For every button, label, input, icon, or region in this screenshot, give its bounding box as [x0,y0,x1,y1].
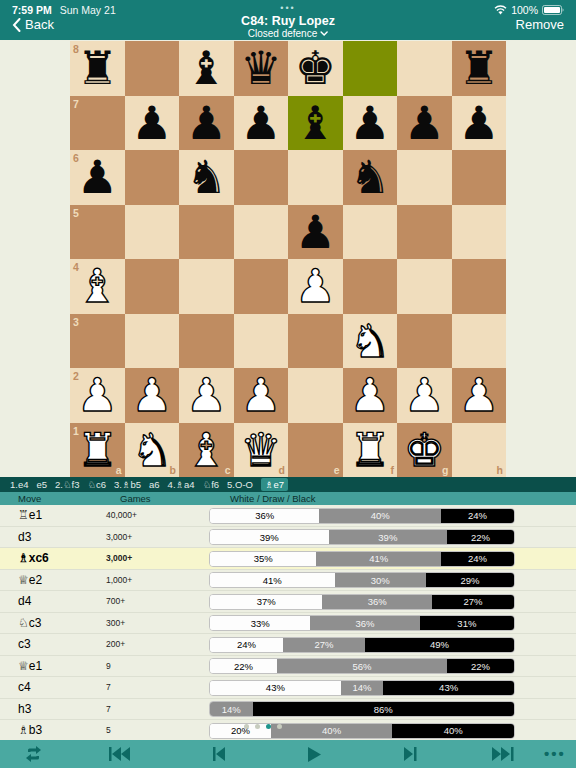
page-dot-3 [277,724,282,729]
black-wins-segment: 24% [441,552,514,566]
black-wins-segment: 27% [432,595,514,609]
square-h2[interactable]: ♟ [452,368,507,423]
white-wins-segment: 33% [210,616,310,630]
black-wins-segment: 29% [426,573,514,587]
square-h3[interactable] [452,314,507,369]
square-e6[interactable] [288,150,343,205]
square-d4[interactable] [234,259,289,314]
square-a5[interactable]: 5 [70,205,125,260]
move-token-1[interactable]: e5 [37,479,48,490]
games-count: 300+ [106,613,125,634]
board-area: ♜8♝♛♚♜7♟♟♟♝♟♟♟♟6♞♞5♟♝4♟3♞♟2♟♟♟♟♟♟♜1a♞b♝c… [0,40,576,477]
rank-label-8: 8 [73,43,79,55]
square-b7[interactable]: ♟ [125,96,180,151]
file-label-a: a [116,464,122,476]
table-row-♘c3[interactable]: ♘c3300+33%36%31% [0,613,576,635]
remove-button[interactable]: Remove [516,17,564,32]
square-c5[interactable] [179,205,234,260]
table-row-♕e1[interactable]: ♕e1922%56%22% [0,656,576,678]
column-header-results: White / Draw / Black [230,493,316,504]
clock-time: 7:59 PM [12,4,52,16]
battery-percent: 100% [511,4,538,16]
square-b1[interactable]: ♞b [125,423,180,478]
draw-segment: 14% [210,702,253,716]
games-count: 9 [106,656,111,677]
white-wins-segment: 35% [210,552,316,566]
square-g3[interactable] [397,314,452,369]
play-button[interactable] [301,740,327,768]
square-h7[interactable]: ♟ [452,96,507,151]
square-g6[interactable] [397,150,452,205]
white-piece-p: ♟ [343,368,398,423]
candidate-move: h3 [18,699,31,720]
black-wins-segment: 22% [447,530,514,544]
black-wins-segment: 43% [383,681,514,695]
move-token-0[interactable]: 1.e4 [10,479,29,490]
draw-segment: 56% [277,659,447,673]
games-count: 1,000+ [106,570,132,591]
move-token-5[interactable]: a6 [149,479,160,490]
black-piece-b: ♝ [179,41,234,96]
result-bar: 36%40%24% [209,508,515,524]
black-piece-p: ♟ [343,96,398,151]
candidate-move: ♖e1 [18,505,42,526]
result-bar: 33%36%31% [209,615,515,631]
rank-label-5: 5 [73,207,79,219]
square-h1[interactable]: h [452,423,507,478]
page-indicator[interactable] [244,724,282,729]
square-f8[interactable] [343,41,398,96]
candidate-move: ♕e2 [18,570,42,591]
table-row-♗b3[interactable]: ♗b3520%40%40% [0,720,576,742]
rank-label-1: 1 [73,425,79,437]
white-wins-segment: 22% [210,659,277,673]
black-piece-q: ♛ [234,41,289,96]
square-c8[interactable]: ♝ [179,41,234,96]
rank-label-6: 6 [73,152,79,164]
skip-to-start-button[interactable] [107,740,133,768]
table-row-♕e2[interactable]: ♕e21,000+41%30%29% [0,570,576,592]
table-row-c3[interactable]: c3200+24%27%49% [0,634,576,656]
square-d2[interactable]: ♟ [234,368,289,423]
square-c4[interactable] [179,259,234,314]
opening-variation-selector[interactable]: Closed defence [241,28,335,39]
file-label-d: d [279,464,285,476]
draw-segment: 30% [335,573,426,587]
square-c2[interactable]: ♟ [179,368,234,423]
black-piece-p: ♟ [234,96,289,151]
square-d7[interactable]: ♟ [234,96,289,151]
black-wins-segment: 86% [253,702,514,716]
move-token-9[interactable]: ♗e7 [261,478,288,491]
white-piece-p: ♟ [452,368,507,423]
rank-label-2: 2 [73,370,79,382]
draw-segment: 41% [316,552,441,566]
white-wins-segment: 24% [210,638,283,652]
page-dot-0 [244,724,249,729]
square-c1[interactable]: ♝c [179,423,234,478]
games-count: 200+ [106,634,125,655]
result-bar: 43%14%43% [209,680,515,696]
square-f7[interactable]: ♟ [343,96,398,151]
square-h8[interactable]: ♜ [452,41,507,96]
square-g1[interactable]: ♚g [397,423,452,478]
square-d3[interactable] [234,314,289,369]
square-d5[interactable] [234,205,289,260]
candidate-move: ♘c3 [18,613,41,634]
table-row-d4[interactable]: d4700+37%36%27% [0,591,576,613]
square-g8[interactable] [397,41,452,96]
move-token-6[interactable]: 4.♗a4 [168,479,195,490]
wifi-icon [494,5,507,15]
square-g5[interactable] [397,205,452,260]
games-count: 5 [106,720,111,741]
navigation-bar: Back C84: Ruy Lopez Closed defence Remov… [0,17,576,40]
move-token-4[interactable]: 3.♗b5 [114,479,141,490]
black-wins-segment: 31% [420,616,514,630]
square-a1[interactable]: ♜1a [70,423,125,478]
square-c7[interactable]: ♟ [179,96,234,151]
result-bar: 24%27%49% [209,637,515,653]
draw-segment: 39% [329,530,448,544]
result-bar: 35%41%24% [209,551,515,567]
move-token-3[interactable]: ♘c6 [87,479,106,490]
skip-to-end-button[interactable] [490,740,516,768]
candidate-move: ♗xc6 [18,548,49,569]
black-wins-segment: 40% [392,724,514,738]
candidate-move: c3 [18,634,31,655]
multitask-dots: ••• [280,3,295,13]
result-bar: 22%56%22% [209,658,515,674]
square-a8[interactable]: ♜8 [70,41,125,96]
square-e7[interactable]: ♝ [288,96,343,151]
square-e2[interactable] [288,368,343,423]
candidate-move: ♕e1 [18,656,42,677]
chess-explorer-app: 7:59 PM Sun May 21 ••• 100% [0,0,576,768]
square-f3[interactable]: ♞ [343,314,398,369]
black-piece-n: ♞ [179,150,234,205]
move-token-7[interactable]: ♘f6 [203,479,219,490]
move-token-2[interactable]: 2.♘f3 [55,479,79,490]
file-label-g: g [442,464,448,476]
black-piece-p: ♟ [125,96,180,151]
rank-label-7: 7 [73,98,79,110]
white-piece-r: ♜ [343,423,398,478]
square-c6[interactable]: ♞ [179,150,234,205]
draw-segment: 36% [310,616,419,630]
black-piece-b: ♝ [288,96,343,151]
status-date: Sun May 21 [60,4,116,16]
square-e4[interactable]: ♟ [288,259,343,314]
draw-segment: 40% [271,724,393,738]
candidate-move: d4 [18,591,31,612]
square-a4[interactable]: ♝4 [70,259,125,314]
square-b6[interactable] [125,150,180,205]
column-header-games: Games [120,493,151,504]
playback-toolbar: ••• [0,740,576,768]
white-piece-p: ♟ [125,368,180,423]
move-list-bar: 1.e4e52.♘f3♘c63.♗b5a64.♗a4♘f65.O-O♗e7 [0,477,576,492]
games-count: 40,000+ [106,505,137,526]
result-bar: 41%30%29% [209,572,515,588]
chess-board[interactable]: ♜8♝♛♚♜7♟♟♟♝♟♟♟♟6♞♞5♟♝4♟3♞♟2♟♟♟♟♟♟♜1a♞b♝c… [70,41,506,477]
move-statistics-table: ♖e140,000+36%40%24%d33,000+39%39%22%♗xc6… [0,505,576,742]
square-f1[interactable]: ♜f [343,423,398,478]
back-button[interactable]: Back [12,17,54,32]
games-count: 700+ [106,591,125,612]
table-row-♖e1[interactable]: ♖e140,000+36%40%24% [0,505,576,527]
games-count: 7 [106,699,111,720]
white-wins-segment: 39% [210,530,329,544]
games-count: 3,000+ [106,548,132,569]
white-wins-segment: 37% [210,595,322,609]
white-wins-segment: 41% [210,573,335,587]
ellipsis-icon: ••• [544,740,566,768]
square-g2[interactable]: ♟ [397,368,452,423]
square-e1[interactable]: e [288,423,343,478]
file-label-f: f [391,464,395,476]
previous-move-button[interactable] [206,740,232,768]
draw-segment: 40% [319,509,441,523]
square-f6[interactable]: ♞ [343,150,398,205]
black-wins-segment: 22% [447,659,514,673]
black-piece-p: ♟ [452,96,507,151]
square-a2[interactable]: ♟2 [70,368,125,423]
table-row-c4[interactable]: c4743%14%43% [0,677,576,699]
white-wins-segment: 43% [210,681,341,695]
file-label-h: h [497,464,503,476]
square-e8[interactable]: ♚ [288,41,343,96]
page-title: C84: Ruy Lopez [241,15,335,28]
file-label-c: c [225,464,231,476]
games-count: 7 [106,677,111,698]
white-piece-p: ♟ [288,259,343,314]
white-piece-p: ♟ [397,368,452,423]
white-wins-segment: 36% [210,509,319,523]
square-b8[interactable] [125,41,180,96]
square-a3[interactable]: 3 [70,314,125,369]
rank-label-4: 4 [73,261,79,273]
black-piece-p: ♟ [288,205,343,260]
move-token-8[interactable]: 5.O-O [227,479,253,490]
square-h6[interactable] [452,150,507,205]
draw-segment: 14% [341,681,384,695]
draw-segment: 36% [322,595,431,609]
black-wins-segment: 49% [365,638,514,652]
black-piece-r: ♜ [452,41,507,96]
white-piece-n: ♞ [343,314,398,369]
battery-icon [542,5,564,15]
square-b4[interactable] [125,259,180,314]
more-options-button[interactable]: ••• [540,740,570,768]
page-dot-2 [266,724,271,729]
candidate-move: d3 [18,527,31,548]
candidate-move: c4 [18,677,31,698]
file-label-b: b [170,464,176,476]
column-header-move: Move [18,493,41,504]
page-dot-1 [255,724,260,729]
square-f5[interactable] [343,205,398,260]
next-move-button[interactable] [397,740,423,768]
black-piece-k: ♚ [288,41,343,96]
top-chrome: 7:59 PM Sun May 21 ••• 100% [0,0,576,40]
square-c3[interactable] [179,314,234,369]
games-count: 3,000+ [106,527,132,548]
square-f2[interactable]: ♟ [343,368,398,423]
square-d6[interactable] [234,150,289,205]
candidate-move: ♗b3 [18,720,42,741]
square-g4[interactable] [397,259,452,314]
white-piece-p: ♟ [234,368,289,423]
rank-label-3: 3 [73,316,79,328]
table-row-d3[interactable]: d33,000+39%39%22% [0,527,576,549]
square-g7[interactable]: ♟ [397,96,452,151]
square-a7[interactable]: 7 [70,96,125,151]
square-e3[interactable] [288,314,343,369]
chevron-left-icon [12,18,21,32]
file-label-e: e [334,464,340,476]
square-b5[interactable] [125,205,180,260]
square-b2[interactable]: ♟ [125,368,180,423]
square-f4[interactable] [343,259,398,314]
black-piece-n: ♞ [343,150,398,205]
black-piece-p: ♟ [397,96,452,151]
table-row-h3[interactable]: h3714%86% [0,699,576,721]
flip-board-button[interactable] [20,740,46,768]
square-h5[interactable] [452,205,507,260]
result-bar: 37%36%27% [209,594,515,610]
result-bar: 39%39%22% [209,529,515,545]
square-a6[interactable]: ♟6 [70,150,125,205]
white-piece-p: ♟ [179,368,234,423]
square-d1[interactable]: ♛d [234,423,289,478]
draw-segment: 27% [283,638,365,652]
black-piece-p: ♟ [179,96,234,151]
square-h4[interactable] [452,259,507,314]
table-header: Move Games White / Draw / Black [0,492,576,505]
square-d8[interactable]: ♛ [234,41,289,96]
table-row-♗xc6[interactable]: ♗xc63,000+35%41%24% [0,548,576,570]
square-b3[interactable] [125,314,180,369]
chevron-down-icon [320,31,328,36]
black-wins-segment: 24% [441,509,514,523]
square-e5[interactable]: ♟ [288,205,343,260]
result-bar: 14%86% [209,701,515,717]
